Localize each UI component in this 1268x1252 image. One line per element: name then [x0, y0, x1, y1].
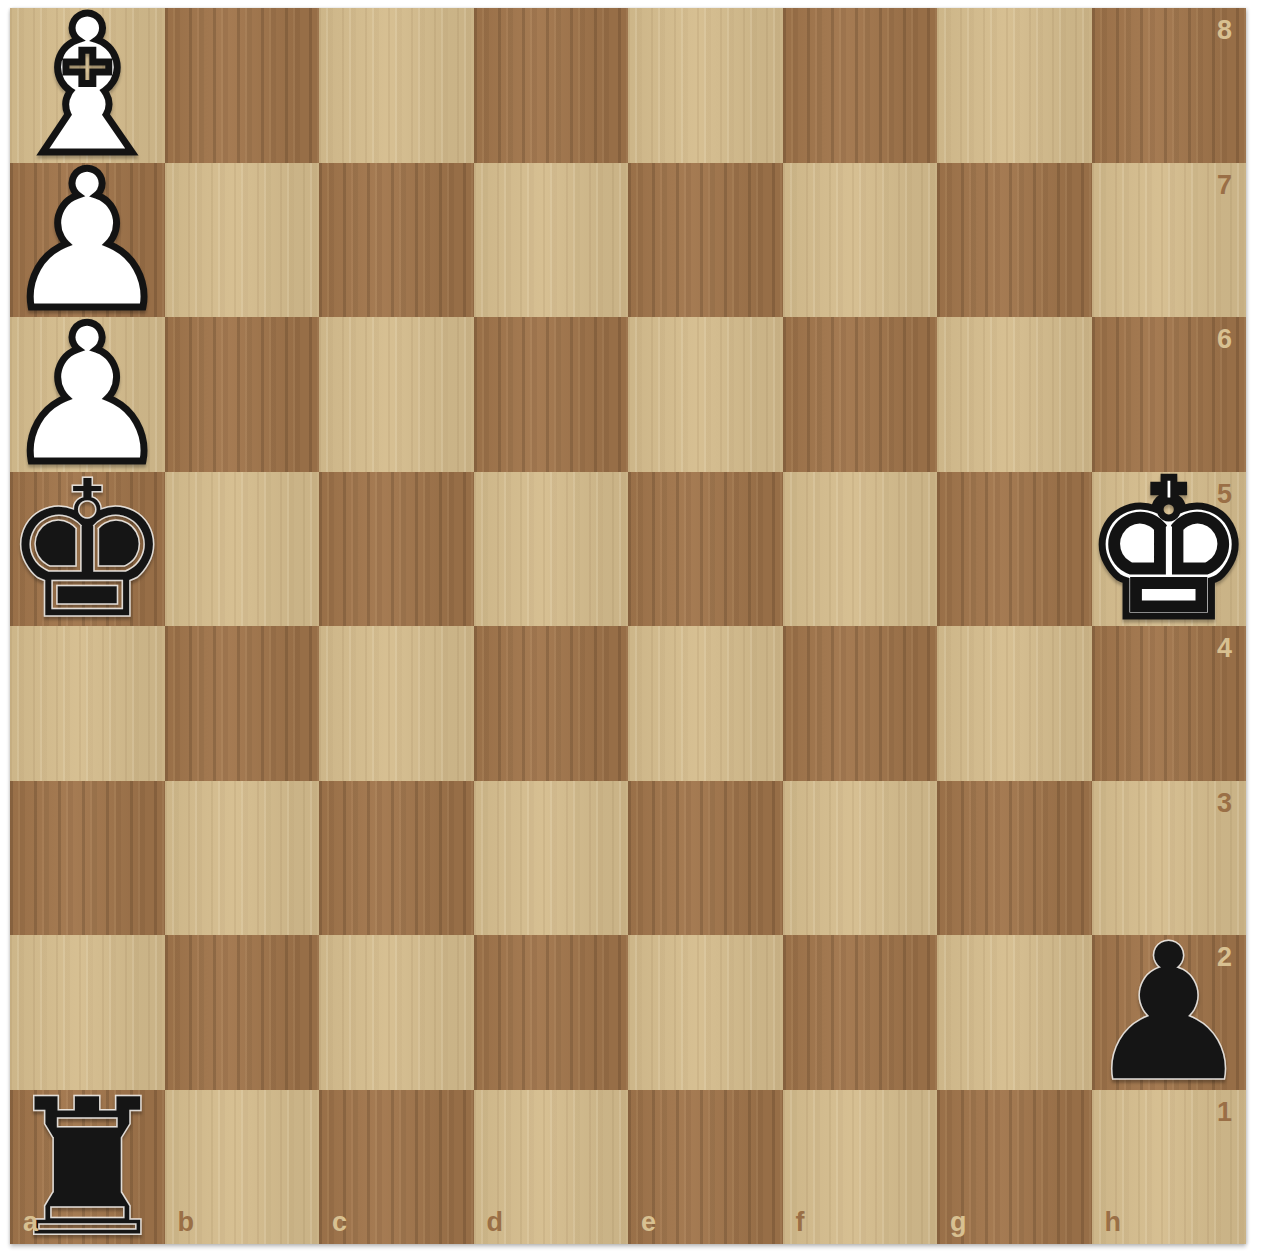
page: ♝8♟7♟6♚5♚432♟a♜bcdefg1h: [0, 0, 1268, 1252]
square-c7[interactable]: [319, 163, 474, 318]
square-g6[interactable]: [937, 317, 1092, 472]
square-d8[interactable]: [474, 8, 629, 163]
square-e1[interactable]: e: [628, 1090, 783, 1245]
square-g7[interactable]: [937, 163, 1092, 318]
file-label-b: b: [178, 1207, 195, 1238]
square-e4[interactable]: [628, 626, 783, 781]
square-b1[interactable]: b: [165, 1090, 320, 1245]
square-h3[interactable]: 3: [1092, 781, 1247, 936]
square-b4[interactable]: [165, 626, 320, 781]
square-h7[interactable]: 7: [1092, 163, 1247, 318]
black-king-a5[interactable]: ♚: [10, 473, 165, 626]
file-label-h: h: [1105, 1207, 1122, 1238]
square-d5[interactable]: [474, 472, 629, 627]
chess-board: ♝8♟7♟6♚5♚432♟a♜bcdefg1h: [10, 8, 1246, 1244]
rank-label-6: 6: [1217, 324, 1232, 355]
square-c2[interactable]: [319, 935, 474, 1090]
square-f3[interactable]: [783, 781, 938, 936]
square-a2[interactable]: [10, 935, 165, 1090]
square-f7[interactable]: [783, 163, 938, 318]
rank-label-1: 1: [1217, 1097, 1232, 1128]
square-e8[interactable]: [628, 8, 783, 163]
square-a1[interactable]: a♜: [10, 1090, 165, 1245]
square-g5[interactable]: [937, 472, 1092, 627]
square-f4[interactable]: [783, 626, 938, 781]
file-label-d: d: [487, 1207, 504, 1238]
square-a3[interactable]: [10, 781, 165, 936]
square-a4[interactable]: [10, 626, 165, 781]
square-h5[interactable]: 5♚: [1092, 472, 1247, 627]
square-g3[interactable]: [937, 781, 1092, 936]
square-e5[interactable]: [628, 472, 783, 627]
square-h8[interactable]: 8: [1092, 8, 1247, 163]
square-f6[interactable]: [783, 317, 938, 472]
square-h2[interactable]: 2♟: [1092, 935, 1247, 1090]
square-h4[interactable]: 4: [1092, 626, 1247, 781]
square-c8[interactable]: [319, 8, 474, 163]
square-d7[interactable]: [474, 163, 629, 318]
square-d2[interactable]: [474, 935, 629, 1090]
square-e2[interactable]: [628, 935, 783, 1090]
square-b8[interactable]: [165, 8, 320, 163]
square-a8[interactable]: ♝: [10, 8, 165, 163]
white-pawn-a7[interactable]: ♟: [10, 164, 165, 317]
square-e6[interactable]: [628, 317, 783, 472]
square-c6[interactable]: [319, 317, 474, 472]
square-f5[interactable]: [783, 472, 938, 627]
square-b3[interactable]: [165, 781, 320, 936]
square-d6[interactable]: [474, 317, 629, 472]
square-d1[interactable]: d: [474, 1090, 629, 1245]
square-f1[interactable]: f: [783, 1090, 938, 1245]
file-label-f: f: [796, 1207, 805, 1238]
square-e3[interactable]: [628, 781, 783, 936]
file-label-e: e: [641, 1207, 656, 1238]
square-a5[interactable]: ♚: [10, 472, 165, 627]
rank-label-4: 4: [1217, 633, 1232, 664]
square-f8[interactable]: [783, 8, 938, 163]
square-b6[interactable]: [165, 317, 320, 472]
rank-label-3: 3: [1217, 788, 1232, 819]
square-h6[interactable]: 6: [1092, 317, 1247, 472]
file-label-a: a: [23, 1207, 38, 1238]
rank-label-2: 2: [1217, 942, 1232, 973]
white-pawn-a6[interactable]: ♟: [10, 319, 165, 472]
square-c4[interactable]: [319, 626, 474, 781]
square-b5[interactable]: [165, 472, 320, 627]
square-d3[interactable]: [474, 781, 629, 936]
file-label-g: g: [950, 1207, 967, 1238]
square-g1[interactable]: g: [937, 1090, 1092, 1245]
rank-label-8: 8: [1217, 15, 1232, 46]
square-f2[interactable]: [783, 935, 938, 1090]
white-bishop-a8[interactable]: ♝: [10, 10, 165, 163]
square-a6[interactable]: ♟: [10, 317, 165, 472]
square-e7[interactable]: [628, 163, 783, 318]
square-a7[interactable]: ♟: [10, 163, 165, 318]
square-h1[interactable]: 1h: [1092, 1090, 1247, 1245]
square-g8[interactable]: [937, 8, 1092, 163]
square-c5[interactable]: [319, 472, 474, 627]
rank-label-5: 5: [1217, 479, 1232, 510]
square-b7[interactable]: [165, 163, 320, 318]
square-c3[interactable]: [319, 781, 474, 936]
square-c1[interactable]: c: [319, 1090, 474, 1245]
file-label-c: c: [332, 1207, 347, 1238]
square-g4[interactable]: [937, 626, 1092, 781]
square-b2[interactable]: [165, 935, 320, 1090]
square-g2[interactable]: [937, 935, 1092, 1090]
rank-label-7: 7: [1217, 170, 1232, 201]
square-d4[interactable]: [474, 626, 629, 781]
